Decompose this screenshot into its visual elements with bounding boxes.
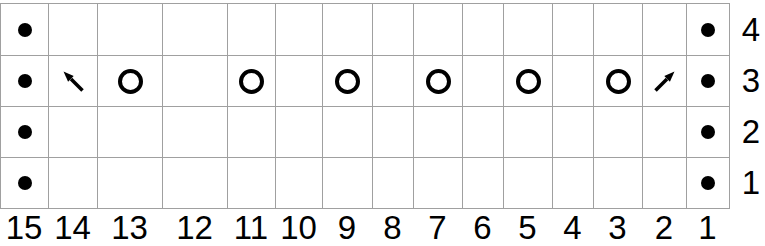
row-label-3: 3 bbox=[729, 55, 765, 106]
dot-symbol bbox=[18, 74, 32, 88]
column-label-5: 5 bbox=[503, 208, 552, 246]
cell-r4-s8 bbox=[373, 4, 414, 56]
cell-r3-s13 bbox=[98, 56, 163, 107]
column-label-15: 15 bbox=[0, 208, 48, 246]
column-label-6: 6 bbox=[462, 208, 503, 246]
cell-r2-s10 bbox=[276, 107, 323, 158]
cell-r1-s13 bbox=[98, 158, 163, 209]
column-label-9: 9 bbox=[322, 208, 372, 246]
yarn-over-symbol bbox=[606, 69, 631, 94]
cell-r2-s14 bbox=[49, 107, 98, 158]
yarn-over-symbol bbox=[426, 69, 451, 94]
cell-r4-s6 bbox=[463, 4, 504, 56]
yarn-over-symbol bbox=[118, 69, 143, 94]
knitting-chart: 151413121110987654321 4321 bbox=[0, 0, 765, 246]
row-label-2: 2 bbox=[729, 106, 765, 157]
cell-r1-s10 bbox=[276, 158, 323, 209]
dot-symbol bbox=[18, 23, 32, 37]
column-label-12: 12 bbox=[162, 208, 227, 246]
cell-r1-s11 bbox=[228, 158, 276, 209]
dot-symbol bbox=[701, 176, 715, 190]
cell-r1-s5 bbox=[504, 158, 553, 209]
cell-r4-s5 bbox=[504, 4, 553, 56]
yarn-over-symbol bbox=[239, 69, 264, 94]
column-label-2: 2 bbox=[642, 208, 686, 246]
cell-r1-s4 bbox=[553, 158, 594, 209]
column-label-10: 10 bbox=[275, 208, 322, 246]
cell-r2-s1 bbox=[687, 107, 730, 158]
cell-r4-s15 bbox=[1, 4, 49, 56]
cell-r1-s6 bbox=[463, 158, 504, 209]
cell-r2-s11 bbox=[228, 107, 276, 158]
yarn-over-symbol bbox=[335, 69, 360, 94]
cell-r3-s2 bbox=[643, 56, 687, 107]
cell-r1-s1 bbox=[687, 158, 730, 209]
cell-r1-s8 bbox=[373, 158, 414, 209]
cell-r4-s11 bbox=[228, 4, 276, 56]
yarn-over-symbol bbox=[516, 69, 541, 94]
arrow-up-left-icon bbox=[60, 68, 87, 95]
cell-r4-s9 bbox=[323, 4, 373, 56]
cell-r3-s9 bbox=[323, 56, 373, 107]
cell-r2-s12 bbox=[163, 107, 228, 158]
cell-r2-s7 bbox=[414, 107, 463, 158]
cell-r2-s6 bbox=[463, 107, 504, 158]
cell-r1-s14 bbox=[49, 158, 98, 209]
column-label-13: 13 bbox=[97, 208, 162, 246]
cell-r4-s10 bbox=[276, 4, 323, 56]
cell-r1-s2 bbox=[643, 158, 687, 209]
dot-symbol bbox=[18, 176, 32, 190]
cell-r2-s3 bbox=[594, 107, 643, 158]
cell-r4-s13 bbox=[98, 4, 163, 56]
dot-symbol bbox=[701, 74, 715, 88]
cell-r2-s13 bbox=[98, 107, 163, 158]
cell-r4-s2 bbox=[643, 4, 687, 56]
column-label-14: 14 bbox=[48, 208, 97, 246]
cell-r1-s3 bbox=[594, 158, 643, 209]
column-label-3: 3 bbox=[593, 208, 642, 246]
column-label-8: 8 bbox=[372, 208, 413, 246]
cell-r3-s14 bbox=[49, 56, 98, 107]
row-label-4: 4 bbox=[729, 3, 765, 55]
cell-r2-s5 bbox=[504, 107, 553, 158]
cell-r2-s9 bbox=[323, 107, 373, 158]
cell-r4-s3 bbox=[594, 4, 643, 56]
cell-r3-s11 bbox=[228, 56, 276, 107]
row-label-1: 1 bbox=[729, 157, 765, 208]
cell-r1-s7 bbox=[414, 158, 463, 209]
cell-r2-s8 bbox=[373, 107, 414, 158]
row-labels: 4321 bbox=[729, 3, 765, 208]
cell-r4-s12 bbox=[163, 4, 228, 56]
cell-r3-s8 bbox=[373, 56, 414, 107]
cell-r3-s12 bbox=[163, 56, 228, 107]
column-label-1: 1 bbox=[686, 208, 729, 246]
cell-r4-s1 bbox=[687, 4, 730, 56]
dot-symbol bbox=[18, 125, 32, 139]
cell-r1-s12 bbox=[163, 158, 228, 209]
cell-r1-s15 bbox=[1, 158, 49, 209]
dot-symbol bbox=[701, 23, 715, 37]
cell-r3-s15 bbox=[1, 56, 49, 107]
cell-r3-s4 bbox=[553, 56, 594, 107]
cell-r1-s9 bbox=[323, 158, 373, 209]
column-label-7: 7 bbox=[413, 208, 462, 246]
cell-r3-s3 bbox=[594, 56, 643, 107]
cell-r2-s4 bbox=[553, 107, 594, 158]
cell-r3-s10 bbox=[276, 56, 323, 107]
cell-r4-s4 bbox=[553, 4, 594, 56]
dot-symbol bbox=[701, 125, 715, 139]
arrow-up-right-icon bbox=[651, 68, 678, 95]
column-label-11: 11 bbox=[227, 208, 275, 246]
column-labels: 151413121110987654321 bbox=[0, 208, 729, 246]
cell-r3-s1 bbox=[687, 56, 730, 107]
cell-r4-s14 bbox=[49, 4, 98, 56]
cell-r3-s5 bbox=[504, 56, 553, 107]
cell-r3-s6 bbox=[463, 56, 504, 107]
cell-r2-s2 bbox=[643, 107, 687, 158]
column-label-4: 4 bbox=[552, 208, 593, 246]
cell-r2-s15 bbox=[1, 107, 49, 158]
chart-grid bbox=[0, 3, 730, 209]
cell-r3-s7 bbox=[414, 56, 463, 107]
cell-r4-s7 bbox=[414, 4, 463, 56]
